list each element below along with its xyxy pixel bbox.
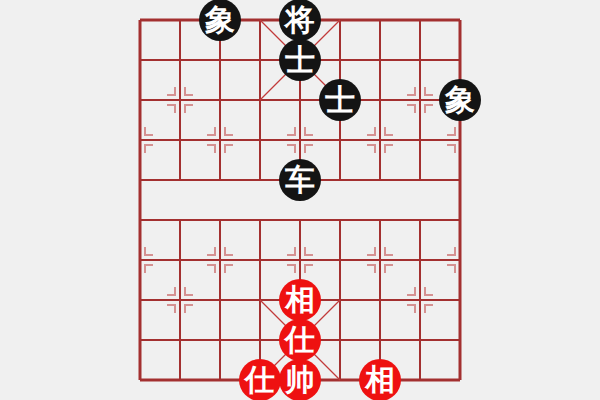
black-elephant[interactable]: 象 (439, 79, 481, 121)
xiangqi-board-screen: 象将士士象车相仕仕帅相 (0, 0, 600, 400)
black-elephant[interactable]: 象 (199, 0, 241, 41)
black-general[interactable]: 将 (279, 0, 321, 41)
piece-layer: 象将士士象车相仕仕帅相 (120, 0, 480, 400)
black-chariot[interactable]: 车 (279, 159, 321, 201)
red-elephant[interactable]: 相 (359, 359, 401, 400)
black-advisor[interactable]: 士 (319, 79, 361, 121)
black-advisor[interactable]: 士 (279, 39, 321, 81)
red-general[interactable]: 帅 (279, 359, 321, 400)
red-advisor[interactable]: 仕 (279, 319, 321, 361)
red-elephant[interactable]: 相 (279, 279, 321, 321)
red-advisor[interactable]: 仕 (239, 359, 281, 400)
